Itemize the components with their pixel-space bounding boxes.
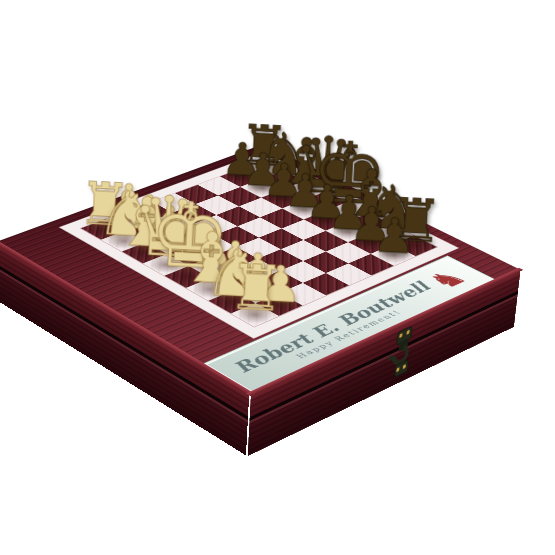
chess-box-lid-top: ♜♞♝♛♚♝♞♜♟♟♟♟♟♟♟♟♟♟♟♟♟♟♟♟♜♞♝♛♚♝♞♜ Robert …	[0, 144, 521, 395]
chess-box-photo: ♜♞♝♛♚♝♞♜♟♟♟♟♟♟♟♟♟♟♟♟♟♟♟♟♜♞♝♛♚♝♞♜ Robert …	[0, 0, 555, 555]
scene-rotation-wrapper: ♜♞♝♛♚♝♞♜♟♟♟♟♟♟♟♟♟♟♟♟♟♟♟♟♜♞♝♛♚♝♞♜ Robert …	[0, 0, 555, 555]
red-knight-emblem-icon: ♞	[422, 267, 474, 292]
square-h7: ♟	[371, 245, 416, 266]
square-h5	[326, 263, 372, 285]
clasp-latch	[381, 317, 421, 388]
square-h1: ♜	[231, 303, 278, 327]
clasp-icon	[381, 317, 421, 388]
piece-glyph: ♟	[372, 210, 417, 260]
square-h6	[348, 254, 393, 276]
perspective-stage: ♜♞♝♛♚♝♞♜♟♟♟♟♟♟♟♟♟♟♟♟♟♟♟♟♜♞♝♛♚♝♞♜ Robert …	[0, 0, 555, 555]
piece-glyph: ♜	[226, 255, 286, 321]
